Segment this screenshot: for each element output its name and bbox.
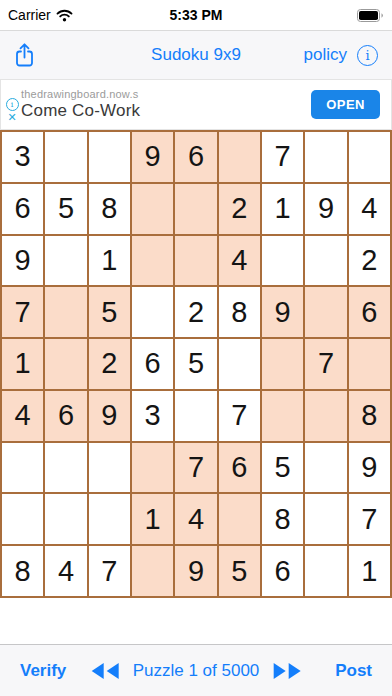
cell-r5c1[interactable]: 1	[2, 339, 43, 389]
cell-r3c9[interactable]: 2	[349, 236, 390, 286]
share-button[interactable]	[14, 42, 35, 68]
ad-text: thedrawingboard.now.s Come Co-Work	[21, 88, 140, 121]
cell-r1c5[interactable]: 6	[175, 132, 216, 182]
spacer	[0, 598, 392, 644]
cell-r9c2[interactable]: 4	[45, 546, 86, 596]
cell-r2c6[interactable]: 2	[219, 184, 260, 234]
cell-r3c5[interactable]	[175, 236, 216, 286]
cell-r9c3[interactable]: 7	[89, 546, 130, 596]
cell-r6c2[interactable]: 6	[45, 391, 86, 441]
rewind-icon	[91, 662, 120, 680]
ad-close-icon[interactable]: ✕	[7, 112, 16, 123]
cell-r7c7[interactable]: 5	[262, 443, 303, 493]
cell-r4c2[interactable]	[45, 287, 86, 337]
ad-headline: Come Co-Work	[21, 101, 140, 121]
cell-r3c8[interactable]	[305, 236, 346, 286]
cell-r2c3[interactable]: 8	[89, 184, 130, 234]
cell-r2c8[interactable]: 9	[305, 184, 346, 234]
clock-label: 5:33 PM	[170, 7, 223, 23]
cell-r9c6[interactable]: 5	[219, 546, 260, 596]
cell-r7c1[interactable]	[2, 443, 43, 493]
cell-r4c1[interactable]: 7	[2, 287, 43, 337]
app-screen: Carrier 5:33 PM Sudoku 9x9 polic	[0, 0, 392, 696]
cell-r4c5[interactable]: 2	[175, 287, 216, 337]
cell-r5c5[interactable]: 5	[175, 339, 216, 389]
cell-r3c1[interactable]: 9	[2, 236, 43, 286]
cell-r5c8[interactable]: 7	[305, 339, 346, 389]
cell-r8c7[interactable]: 8	[262, 494, 303, 544]
cell-r1c9[interactable]	[349, 132, 390, 182]
cell-r8c9[interactable]: 7	[349, 494, 390, 544]
verify-button[interactable]: Verify	[20, 661, 66, 681]
cell-r1c2[interactable]	[45, 132, 86, 182]
cell-r6c9[interactable]: 8	[349, 391, 390, 441]
cell-r6c6[interactable]: 7	[219, 391, 260, 441]
cell-r2c1[interactable]: 6	[2, 184, 43, 234]
cell-r5c9[interactable]	[349, 339, 390, 389]
cell-r4c3[interactable]: 5	[89, 287, 130, 337]
battery-icon	[357, 9, 384, 22]
next-puzzle-button[interactable]	[272, 662, 301, 680]
cell-r5c7[interactable]	[262, 339, 303, 389]
bottom-toolbar: Verify Puzzle 1 of 5000 Post	[0, 644, 392, 696]
cell-r7c3[interactable]	[89, 443, 130, 493]
cell-r4c6[interactable]: 8	[219, 287, 260, 337]
cell-r9c1[interactable]: 8	[2, 546, 43, 596]
cell-r5c3[interactable]: 2	[89, 339, 130, 389]
cell-r3c3[interactable]: 1	[89, 236, 130, 286]
cell-r7c6[interactable]: 6	[219, 443, 260, 493]
ad-controls: i ✕	[1, 98, 21, 123]
cell-r9c7[interactable]: 6	[262, 546, 303, 596]
cell-r3c6[interactable]: 4	[219, 236, 260, 286]
fast-forward-icon	[272, 662, 301, 680]
cell-r6c5[interactable]	[175, 391, 216, 441]
cell-r6c7[interactable]	[262, 391, 303, 441]
cell-r7c2[interactable]	[45, 443, 86, 493]
cell-r1c8[interactable]	[305, 132, 346, 182]
cell-r6c3[interactable]: 9	[89, 391, 130, 441]
cell-r6c8[interactable]	[305, 391, 346, 441]
cell-r1c1[interactable]: 3	[2, 132, 43, 182]
puzzle-counter: Puzzle 1 of 5000	[133, 661, 260, 681]
cell-r3c7[interactable]	[262, 236, 303, 286]
cell-r8c5[interactable]: 4	[175, 494, 216, 544]
ad-banner[interactable]: i ✕ thedrawingboard.now.s Come Co-Work O…	[0, 79, 392, 130]
policy-link[interactable]: policy	[304, 45, 347, 65]
cell-r9c4[interactable]	[132, 546, 173, 596]
cell-r1c6[interactable]	[219, 132, 260, 182]
cell-r3c4[interactable]	[132, 236, 173, 286]
cell-r8c8[interactable]	[305, 494, 346, 544]
cell-r8c2[interactable]	[45, 494, 86, 544]
cell-r7c8[interactable]	[305, 443, 346, 493]
cell-r9c5[interactable]: 9	[175, 546, 216, 596]
cell-r1c7[interactable]: 7	[262, 132, 303, 182]
cell-r4c7[interactable]: 9	[262, 287, 303, 337]
cell-r8c6[interactable]	[219, 494, 260, 544]
cell-r5c2[interactable]	[45, 339, 86, 389]
ad-domain-label: thedrawingboard.now.s	[21, 88, 140, 100]
page-title: Sudoku 9x9	[151, 45, 241, 65]
nav-bar: Sudoku 9x9 policy i	[0, 30, 392, 79]
cell-r8c1[interactable]	[2, 494, 43, 544]
cell-r6c1[interactable]: 4	[2, 391, 43, 441]
cell-r5c6[interactable]	[219, 339, 260, 389]
cell-r1c3[interactable]	[89, 132, 130, 182]
sudoku-board: 3967658219491427528961265746937876591487…	[0, 130, 392, 598]
status-bar: Carrier 5:33 PM	[0, 0, 392, 30]
cell-r6c4[interactable]: 3	[132, 391, 173, 441]
wifi-icon	[56, 9, 73, 22]
ad-info-icon[interactable]: i	[6, 98, 19, 111]
carrier-label: Carrier	[8, 7, 51, 23]
info-icon[interactable]: i	[357, 45, 378, 66]
cell-r4c9[interactable]: 6	[349, 287, 390, 337]
cell-r1c4[interactable]: 9	[132, 132, 173, 182]
cell-r7c9[interactable]: 9	[349, 443, 390, 493]
post-button[interactable]: Post	[335, 661, 372, 681]
share-icon	[14, 42, 35, 68]
cell-r4c4[interactable]	[132, 287, 173, 337]
cell-r2c5[interactable]	[175, 184, 216, 234]
cell-r2c4[interactable]	[132, 184, 173, 234]
cell-r8c3[interactable]	[89, 494, 130, 544]
cell-r7c5[interactable]: 7	[175, 443, 216, 493]
cell-r4c8[interactable]	[305, 287, 346, 337]
cell-r9c8[interactable]	[305, 546, 346, 596]
cell-r2c2[interactable]: 5	[45, 184, 86, 234]
cell-r8c4[interactable]: 1	[132, 494, 173, 544]
cell-r2c9[interactable]: 4	[349, 184, 390, 234]
cell-r9c9[interactable]: 1	[349, 546, 390, 596]
cell-r2c7[interactable]: 1	[262, 184, 303, 234]
ad-open-button[interactable]: OPEN	[311, 90, 380, 119]
previous-puzzle-button[interactable]	[91, 662, 120, 680]
cell-r7c4[interactable]	[132, 443, 173, 493]
cell-r3c2[interactable]	[45, 236, 86, 286]
cell-r5c4[interactable]: 6	[132, 339, 173, 389]
